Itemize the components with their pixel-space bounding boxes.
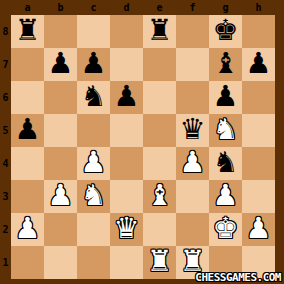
square-h4[interactable] xyxy=(242,147,275,180)
black-pawn: ♟ xyxy=(213,82,239,111)
square-g5[interactable]: ♞ xyxy=(209,114,242,147)
square-b5[interactable] xyxy=(44,114,77,147)
square-b6[interactable] xyxy=(44,81,77,114)
square-d8[interactable] xyxy=(110,15,143,48)
square-f5[interactable]: ♛ xyxy=(176,114,209,147)
square-d3[interactable] xyxy=(110,180,143,213)
rank-label-7: 7 xyxy=(0,48,11,81)
square-c7[interactable]: ♟ xyxy=(77,48,110,81)
square-b7[interactable]: ♟ xyxy=(44,48,77,81)
square-e2[interactable] xyxy=(143,213,176,246)
square-c8[interactable] xyxy=(77,15,110,48)
square-e3[interactable]: ♝ xyxy=(143,180,176,213)
square-b4[interactable] xyxy=(44,147,77,180)
square-d1[interactable] xyxy=(110,246,143,279)
square-b8[interactable] xyxy=(44,15,77,48)
square-a6[interactable] xyxy=(11,81,44,114)
square-f4[interactable]: ♟ xyxy=(176,147,209,180)
black-bishop: ♝ xyxy=(213,49,239,78)
square-c6[interactable]: ♞ xyxy=(77,81,110,114)
black-pawn: ♟ xyxy=(15,115,41,144)
square-d6[interactable]: ♟ xyxy=(110,81,143,114)
square-e4[interactable] xyxy=(143,147,176,180)
square-d7[interactable] xyxy=(110,48,143,81)
file-label-h: h xyxy=(242,0,275,15)
black-pawn: ♟ xyxy=(246,49,272,78)
square-g8[interactable]: ♚ xyxy=(209,15,242,48)
square-a3[interactable] xyxy=(11,180,44,213)
file-label-b: b xyxy=(44,0,77,15)
file-label-c: c xyxy=(77,0,110,15)
square-f8[interactable] xyxy=(176,15,209,48)
chess-board: ♜♜♚♟♟♝♟♞♟♟♟♛♞♟♟♞♟♞♝♟♟♛♚♟♜♜ xyxy=(11,15,275,279)
white-knight: ♞ xyxy=(213,115,239,144)
chessgames-watermark: CHESSGAMES.COM xyxy=(195,271,281,284)
square-e5[interactable] xyxy=(143,114,176,147)
square-b1[interactable] xyxy=(44,246,77,279)
square-c5[interactable] xyxy=(77,114,110,147)
white-rook: ♜ xyxy=(147,247,173,276)
square-f6[interactable] xyxy=(176,81,209,114)
square-f3[interactable] xyxy=(176,180,209,213)
square-h7[interactable]: ♟ xyxy=(242,48,275,81)
rank-label-2: 2 xyxy=(0,213,11,246)
square-h5[interactable] xyxy=(242,114,275,147)
square-g4[interactable]: ♞ xyxy=(209,147,242,180)
rank-label-8: 8 xyxy=(0,15,11,48)
white-pawn: ♟ xyxy=(180,148,206,177)
white-pawn: ♟ xyxy=(81,148,107,177)
square-e6[interactable] xyxy=(143,81,176,114)
black-queen: ♛ xyxy=(180,115,206,144)
white-pawn: ♟ xyxy=(15,214,41,243)
square-a8[interactable]: ♜ xyxy=(11,15,44,48)
white-pawn: ♟ xyxy=(48,181,74,210)
square-d5[interactable] xyxy=(110,114,143,147)
white-pawn: ♟ xyxy=(246,214,272,243)
rank-labels-column: 87654321 xyxy=(0,15,11,279)
square-f2[interactable] xyxy=(176,213,209,246)
rank-label-3: 3 xyxy=(0,180,11,213)
rank-label-5: 5 xyxy=(0,114,11,147)
black-knight: ♞ xyxy=(213,148,239,177)
rank-label-1: 1 xyxy=(0,246,11,279)
square-h3[interactable] xyxy=(242,180,275,213)
square-e7[interactable] xyxy=(143,48,176,81)
white-pawn: ♟ xyxy=(213,181,239,210)
black-knight: ♞ xyxy=(81,82,107,111)
square-g7[interactable]: ♝ xyxy=(209,48,242,81)
file-label-d: d xyxy=(110,0,143,15)
square-d2[interactable]: ♛ xyxy=(110,213,143,246)
square-c2[interactable] xyxy=(77,213,110,246)
square-a1[interactable] xyxy=(11,246,44,279)
black-pawn: ♟ xyxy=(48,49,74,78)
black-pawn: ♟ xyxy=(114,82,140,111)
white-bishop: ♝ xyxy=(147,181,173,210)
square-e1[interactable]: ♜ xyxy=(143,246,176,279)
black-king: ♚ xyxy=(213,16,239,45)
square-a7[interactable] xyxy=(11,48,44,81)
black-rook: ♜ xyxy=(15,16,41,45)
white-queen: ♛ xyxy=(114,214,140,243)
chess-board-frame: abcdefgh 87654321 ♜♜♚♟♟♝♟♞♟♟♟♛♞♟♟♞♟♞♝♟♟♛… xyxy=(0,0,284,284)
square-g2[interactable]: ♚ xyxy=(209,213,242,246)
square-g3[interactable]: ♟ xyxy=(209,180,242,213)
file-label-f: f xyxy=(176,0,209,15)
square-b2[interactable] xyxy=(44,213,77,246)
rank-label-4: 4 xyxy=(0,147,11,180)
black-pawn: ♟ xyxy=(81,49,107,78)
square-c4[interactable]: ♟ xyxy=(77,147,110,180)
square-a5[interactable]: ♟ xyxy=(11,114,44,147)
rank-label-6: 6 xyxy=(0,81,11,114)
square-h2[interactable]: ♟ xyxy=(242,213,275,246)
square-f7[interactable] xyxy=(176,48,209,81)
square-h8[interactable] xyxy=(242,15,275,48)
square-e8[interactable]: ♜ xyxy=(143,15,176,48)
square-a2[interactable]: ♟ xyxy=(11,213,44,246)
white-knight: ♞ xyxy=(81,181,107,210)
square-g6[interactable]: ♟ xyxy=(209,81,242,114)
square-b3[interactable]: ♟ xyxy=(44,180,77,213)
square-d4[interactable] xyxy=(110,147,143,180)
white-king: ♚ xyxy=(213,214,239,243)
square-a4[interactable] xyxy=(11,147,44,180)
black-rook: ♜ xyxy=(147,16,173,45)
square-c1[interactable] xyxy=(77,246,110,279)
square-h6[interactable] xyxy=(242,81,275,114)
square-c3[interactable]: ♞ xyxy=(77,180,110,213)
